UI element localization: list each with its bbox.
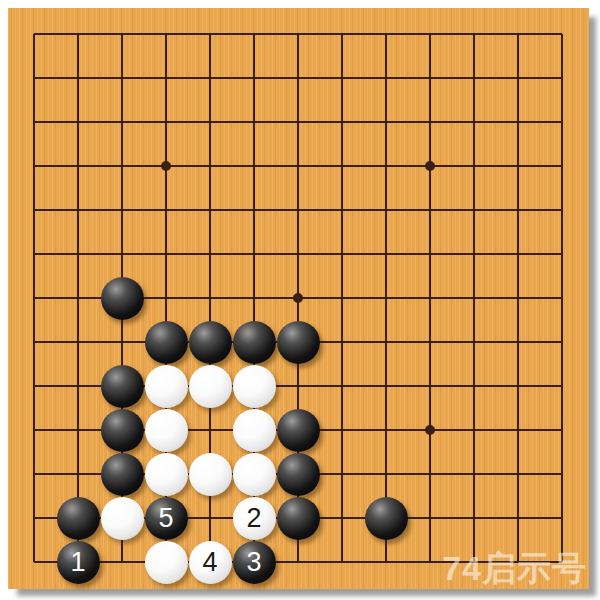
intersection	[452, 496, 496, 540]
intersection	[100, 540, 144, 584]
intersection	[100, 364, 144, 408]
intersection	[496, 408, 540, 452]
intersection	[540, 496, 584, 540]
intersection	[276, 452, 320, 496]
intersection	[12, 12, 56, 56]
intersection	[12, 100, 56, 144]
intersection	[232, 100, 276, 144]
intersection	[188, 56, 232, 100]
intersection	[452, 188, 496, 232]
black-stone	[189, 321, 232, 364]
intersection: 3	[232, 540, 276, 584]
intersection	[12, 408, 56, 452]
intersection	[100, 232, 144, 276]
intersection	[232, 320, 276, 364]
intersection	[540, 12, 584, 56]
intersection	[320, 364, 364, 408]
intersection	[320, 188, 364, 232]
intersection	[100, 452, 144, 496]
intersection	[408, 452, 452, 496]
intersection	[56, 12, 100, 56]
intersection	[232, 12, 276, 56]
intersection	[144, 232, 188, 276]
intersection	[276, 232, 320, 276]
intersection	[100, 56, 144, 100]
intersection	[540, 364, 584, 408]
intersection	[188, 144, 232, 188]
intersection	[364, 232, 408, 276]
white-stone	[145, 409, 188, 452]
intersection	[232, 408, 276, 452]
intersection	[144, 540, 188, 584]
intersection	[496, 364, 540, 408]
intersection	[188, 452, 232, 496]
intersection	[188, 232, 232, 276]
intersection	[540, 100, 584, 144]
intersection	[56, 56, 100, 100]
intersection	[12, 56, 56, 100]
intersection	[408, 364, 452, 408]
intersection	[276, 56, 320, 100]
intersection	[320, 232, 364, 276]
intersection	[364, 188, 408, 232]
intersection	[12, 540, 56, 584]
black-stone	[277, 409, 320, 452]
intersection	[452, 320, 496, 364]
intersection	[452, 100, 496, 144]
intersection: 5	[144, 496, 188, 540]
intersection	[540, 188, 584, 232]
intersection	[144, 408, 188, 452]
move-number-label: 5	[158, 505, 173, 532]
intersection	[232, 364, 276, 408]
intersection	[56, 320, 100, 364]
intersection	[364, 364, 408, 408]
black-stone	[277, 497, 320, 540]
white-stone	[233, 365, 276, 408]
intersection	[320, 276, 364, 320]
intersection	[320, 496, 364, 540]
intersection	[276, 496, 320, 540]
black-stone	[277, 321, 320, 364]
white-stone: 4	[189, 541, 232, 584]
intersection	[452, 408, 496, 452]
white-stone	[101, 497, 144, 540]
intersection	[276, 144, 320, 188]
intersection	[408, 320, 452, 364]
intersection	[144, 320, 188, 364]
intersection	[320, 144, 364, 188]
intersection	[100, 320, 144, 364]
intersection	[276, 12, 320, 56]
intersection	[364, 56, 408, 100]
intersection	[364, 408, 408, 452]
intersection	[232, 188, 276, 232]
intersection	[408, 496, 452, 540]
intersection	[408, 276, 452, 320]
intersection	[232, 144, 276, 188]
intersection	[364, 540, 408, 584]
intersection	[144, 144, 188, 188]
intersection	[320, 56, 364, 100]
intersection	[12, 452, 56, 496]
intersection	[12, 276, 56, 320]
intersection	[56, 364, 100, 408]
intersection	[408, 232, 452, 276]
intersection	[100, 408, 144, 452]
intersection	[540, 408, 584, 452]
move-number-label: 1	[70, 549, 85, 576]
intersection	[408, 408, 452, 452]
white-stone	[233, 453, 276, 496]
intersection	[276, 408, 320, 452]
go-diagram-page: 52143 74启示号	[0, 0, 600, 600]
intersection	[408, 12, 452, 56]
black-stone	[145, 321, 188, 364]
intersection	[144, 276, 188, 320]
intersection	[408, 188, 452, 232]
intersection	[452, 452, 496, 496]
intersection	[56, 452, 100, 496]
intersection	[188, 496, 232, 540]
black-stone	[57, 497, 100, 540]
intersection: 1	[56, 540, 100, 584]
intersection	[144, 100, 188, 144]
intersection	[232, 232, 276, 276]
intersection	[232, 452, 276, 496]
intersection	[320, 408, 364, 452]
intersection	[320, 100, 364, 144]
white-stone	[189, 453, 232, 496]
black-stone	[277, 453, 320, 496]
white-stone	[145, 453, 188, 496]
intersection	[408, 100, 452, 144]
black-stone	[101, 409, 144, 452]
intersection	[364, 496, 408, 540]
intersection	[188, 408, 232, 452]
intersection	[320, 320, 364, 364]
intersection	[496, 320, 540, 364]
intersection	[540, 56, 584, 100]
intersection	[496, 100, 540, 144]
intersection	[144, 56, 188, 100]
move-number-label: 2	[246, 505, 261, 532]
intersection	[144, 12, 188, 56]
intersection	[276, 276, 320, 320]
intersection	[496, 452, 540, 496]
intersection	[276, 540, 320, 584]
intersection	[56, 496, 100, 540]
intersection	[56, 276, 100, 320]
watermark: 74启示号	[442, 546, 587, 592]
white-stone	[233, 409, 276, 452]
intersection	[12, 320, 56, 364]
intersection	[496, 232, 540, 276]
intersection	[452, 232, 496, 276]
black-stone	[101, 277, 144, 320]
intersection	[276, 364, 320, 408]
intersection	[100, 144, 144, 188]
intersection	[540, 276, 584, 320]
intersection	[188, 100, 232, 144]
intersection	[100, 496, 144, 540]
white-stone	[145, 365, 188, 408]
intersection	[320, 452, 364, 496]
intersection	[496, 144, 540, 188]
intersection	[320, 12, 364, 56]
go-board: 52143	[8, 8, 589, 589]
intersection	[364, 276, 408, 320]
intersection	[56, 188, 100, 232]
intersection	[12, 188, 56, 232]
intersection	[100, 276, 144, 320]
intersection	[12, 144, 56, 188]
intersection	[188, 12, 232, 56]
move-number-label: 3	[246, 549, 261, 576]
intersection	[276, 188, 320, 232]
black-stone	[233, 321, 276, 364]
intersection	[320, 540, 364, 584]
intersection	[144, 364, 188, 408]
black-stone: 1	[57, 541, 100, 584]
intersection	[364, 100, 408, 144]
move-number-label: 4	[202, 549, 217, 576]
intersection	[452, 56, 496, 100]
black-stone	[101, 365, 144, 408]
intersection	[452, 144, 496, 188]
intersection	[540, 232, 584, 276]
intersection	[188, 364, 232, 408]
intersection	[540, 144, 584, 188]
intersection	[364, 144, 408, 188]
intersection	[408, 144, 452, 188]
intersection	[364, 452, 408, 496]
intersection	[540, 320, 584, 364]
black-stone	[365, 497, 408, 540]
intersection	[496, 496, 540, 540]
intersection	[56, 232, 100, 276]
intersection: 2	[232, 496, 276, 540]
intersection	[364, 320, 408, 364]
intersection	[540, 452, 584, 496]
intersection	[100, 100, 144, 144]
intersection	[144, 188, 188, 232]
intersection	[188, 276, 232, 320]
intersection	[452, 276, 496, 320]
intersection	[496, 12, 540, 56]
intersection	[276, 320, 320, 364]
intersection	[232, 276, 276, 320]
intersection	[496, 188, 540, 232]
intersection	[276, 100, 320, 144]
intersection	[364, 12, 408, 56]
black-stone: 5	[145, 497, 188, 540]
black-stone: 3	[233, 541, 276, 584]
intersection	[12, 496, 56, 540]
intersection	[452, 364, 496, 408]
intersection	[496, 56, 540, 100]
intersection	[188, 188, 232, 232]
stones-grid: 52143	[12, 12, 584, 584]
white-stone	[145, 541, 188, 584]
intersection	[56, 408, 100, 452]
intersection: 4	[188, 540, 232, 584]
intersection	[232, 56, 276, 100]
intersection	[496, 276, 540, 320]
intersection	[452, 12, 496, 56]
intersection	[100, 12, 144, 56]
intersection	[188, 320, 232, 364]
white-stone	[189, 365, 232, 408]
intersection	[12, 232, 56, 276]
intersection	[12, 364, 56, 408]
intersection	[408, 56, 452, 100]
white-stone: 2	[233, 497, 276, 540]
intersection	[56, 144, 100, 188]
intersection	[144, 452, 188, 496]
intersection	[56, 100, 100, 144]
intersection	[100, 188, 144, 232]
black-stone	[101, 453, 144, 496]
